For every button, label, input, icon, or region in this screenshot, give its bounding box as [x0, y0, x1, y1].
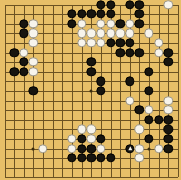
go-board[interactable] — [0, 0, 181, 180]
black-stone[interactable] — [135, 48, 144, 57]
white-stone[interactable] — [106, 29, 115, 38]
black-stone[interactable] — [135, 9, 144, 18]
black-stone[interactable] — [125, 38, 134, 47]
black-stone[interactable] — [96, 9, 105, 18]
white-stone[interactable] — [154, 38, 163, 47]
black-stone[interactable] — [29, 86, 38, 95]
black-stone[interactable] — [19, 67, 28, 76]
white-stone[interactable] — [77, 38, 86, 47]
white-stone[interactable] — [77, 19, 86, 28]
black-stone[interactable] — [106, 0, 115, 9]
white-stone[interactable] — [19, 48, 28, 57]
black-stone[interactable] — [87, 9, 96, 18]
black-stone[interactable] — [19, 19, 28, 28]
grid-line-horizontal — [5, 177, 179, 178]
white-stone[interactable] — [135, 125, 144, 134]
black-stone[interactable] — [87, 153, 96, 162]
white-stone[interactable] — [77, 125, 86, 134]
white-stone[interactable] — [96, 29, 105, 38]
black-stone[interactable] — [115, 38, 124, 47]
last-move-triangle-marker — [128, 146, 132, 150]
hoshi-point — [148, 147, 151, 150]
black-stone[interactable] — [144, 134, 153, 143]
black-stone[interactable] — [87, 67, 96, 76]
white-stone[interactable] — [96, 144, 105, 153]
black-stone[interactable] — [87, 144, 96, 153]
white-stone[interactable] — [29, 38, 38, 47]
white-stone[interactable] — [154, 144, 163, 153]
grid-line-vertical — [14, 5, 15, 178]
black-stone[interactable] — [164, 48, 173, 57]
black-stone[interactable] — [19, 57, 28, 66]
black-stone[interactable] — [96, 153, 105, 162]
white-stone[interactable] — [135, 144, 144, 153]
white-stone[interactable] — [125, 29, 134, 38]
black-stone[interactable] — [125, 0, 134, 9]
black-stone[interactable] — [96, 86, 105, 95]
white-stone[interactable] — [29, 19, 38, 28]
white-stone[interactable] — [67, 144, 76, 153]
white-stone[interactable] — [125, 19, 134, 28]
black-stone[interactable] — [135, 19, 144, 28]
white-stone[interactable] — [96, 19, 105, 28]
white-stone[interactable] — [96, 38, 105, 47]
black-stone[interactable] — [164, 57, 173, 66]
black-stone[interactable] — [106, 38, 115, 47]
white-stone[interactable] — [125, 96, 134, 105]
grid-line-vertical — [53, 5, 54, 178]
black-stone[interactable] — [19, 29, 28, 38]
black-stone[interactable] — [67, 19, 76, 28]
black-stone[interactable] — [144, 115, 153, 124]
white-stone[interactable] — [87, 38, 96, 47]
white-stone[interactable] — [144, 29, 153, 38]
black-stone[interactable] — [77, 144, 86, 153]
white-stone[interactable] — [144, 105, 153, 114]
black-stone-last-move[interactable] — [125, 144, 134, 153]
black-stone[interactable] — [164, 125, 173, 134]
black-stone[interactable] — [96, 0, 105, 9]
black-stone[interactable] — [125, 77, 134, 86]
black-stone[interactable] — [9, 67, 18, 76]
black-stone[interactable] — [87, 57, 96, 66]
hoshi-point — [90, 89, 93, 92]
black-stone[interactable] — [67, 153, 76, 162]
white-stone[interactable] — [29, 67, 38, 76]
white-stone[interactable] — [87, 134, 96, 143]
white-stone[interactable] — [164, 96, 173, 105]
white-stone[interactable] — [115, 29, 124, 38]
black-stone[interactable] — [9, 48, 18, 57]
white-stone[interactable] — [135, 153, 144, 162]
white-stone[interactable] — [77, 29, 86, 38]
black-stone[interactable] — [154, 115, 163, 124]
white-stone[interactable] — [38, 144, 47, 153]
black-stone[interactable] — [144, 67, 153, 76]
black-stone[interactable] — [144, 86, 153, 95]
white-stone[interactable] — [106, 19, 115, 28]
black-stone[interactable] — [135, 105, 144, 114]
grid-line-vertical — [178, 5, 179, 178]
black-stone[interactable] — [106, 9, 115, 18]
black-stone[interactable] — [77, 153, 86, 162]
black-stone[interactable] — [164, 144, 173, 153]
black-stone[interactable] — [106, 153, 115, 162]
white-stone[interactable] — [67, 134, 76, 143]
grid-line-vertical — [62, 5, 63, 178]
white-stone[interactable] — [154, 48, 163, 57]
white-stone[interactable] — [29, 29, 38, 38]
black-stone[interactable] — [77, 134, 86, 143]
white-stone[interactable] — [87, 29, 96, 38]
black-stone[interactable] — [115, 19, 124, 28]
black-stone[interactable] — [135, 0, 144, 9]
black-stone[interactable] — [96, 77, 105, 86]
grid-line-vertical — [5, 5, 6, 178]
black-stone[interactable] — [164, 115, 173, 124]
go-board-screenshot — [0, 0, 181, 180]
black-stone[interactable] — [125, 48, 134, 57]
black-stone[interactable] — [164, 134, 173, 143]
hoshi-point — [32, 147, 35, 150]
white-stone[interactable] — [29, 57, 38, 66]
white-stone[interactable] — [87, 125, 96, 134]
white-stone[interactable] — [164, 105, 173, 114]
black-stone[interactable] — [77, 9, 86, 18]
black-stone[interactable] — [67, 9, 76, 18]
white-stone[interactable] — [164, 0, 173, 9]
black-stone[interactable] — [115, 48, 124, 57]
black-stone[interactable] — [96, 134, 105, 143]
